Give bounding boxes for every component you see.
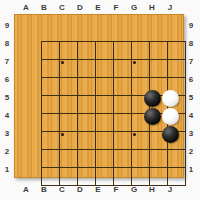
row-label-right-9: 9 xyxy=(189,22,193,30)
intersection-E3[interactable] xyxy=(89,125,107,143)
intersection-J5[interactable] xyxy=(161,89,179,107)
intersection-F2[interactable] xyxy=(107,143,125,161)
intersection-F1[interactable] xyxy=(107,161,125,179)
column-label-top-F: F xyxy=(114,4,119,12)
intersection-E8[interactable] xyxy=(89,35,107,53)
intersection-J7[interactable] xyxy=(161,53,179,71)
go-board-screen: ABCDEFGHJ ABCDEFGHJ 987654321 987654321 xyxy=(0,0,200,200)
column-label-bottom-C: C xyxy=(59,186,65,194)
row-label-left-2: 2 xyxy=(5,148,9,156)
column-label-bottom-B: B xyxy=(41,186,47,194)
intersection-J9[interactable] xyxy=(161,17,179,35)
intersection-E4[interactable] xyxy=(89,107,107,125)
row-label-right-3: 3 xyxy=(189,130,193,138)
intersection-A2[interactable] xyxy=(17,143,35,161)
row-label-right-7: 7 xyxy=(189,58,193,66)
intersection-G2[interactable] xyxy=(125,143,143,161)
row-label-left-1: 1 xyxy=(5,166,9,174)
intersection-H4[interactable] xyxy=(143,107,161,125)
row-label-left-8: 8 xyxy=(5,40,9,48)
intersection-J8[interactable] xyxy=(161,35,179,53)
intersection-B1[interactable] xyxy=(35,161,53,179)
intersection-B6[interactable] xyxy=(35,71,53,89)
row-label-right-4: 4 xyxy=(189,112,193,120)
intersection-grid xyxy=(17,17,179,179)
row-label-right-6: 6 xyxy=(189,76,193,84)
intersection-G6[interactable] xyxy=(125,71,143,89)
intersection-E6[interactable] xyxy=(89,71,107,89)
intersection-F4[interactable] xyxy=(107,107,125,125)
star-point-C7 xyxy=(61,61,64,64)
black-stone-H5 xyxy=(144,90,161,107)
intersection-F9[interactable] xyxy=(107,17,125,35)
column-label-bottom-A: A xyxy=(23,186,29,194)
intersection-A6[interactable] xyxy=(17,71,35,89)
intersection-D4[interactable] xyxy=(71,107,89,125)
intersection-G1[interactable] xyxy=(125,161,143,179)
intersection-B9[interactable] xyxy=(35,17,53,35)
intersection-A9[interactable] xyxy=(17,17,35,35)
intersection-B3[interactable] xyxy=(35,125,53,143)
intersection-C2[interactable] xyxy=(53,143,71,161)
white-stone-J5 xyxy=(162,90,179,107)
intersection-C8[interactable] xyxy=(53,35,71,53)
intersection-C1[interactable] xyxy=(53,161,71,179)
intersection-J2[interactable] xyxy=(161,143,179,161)
intersection-D5[interactable] xyxy=(71,89,89,107)
intersection-F8[interactable] xyxy=(107,35,125,53)
black-stone-J3 xyxy=(162,126,179,143)
intersection-D3[interactable] xyxy=(71,125,89,143)
intersection-J1[interactable] xyxy=(161,161,179,179)
intersection-H7[interactable] xyxy=(143,53,161,71)
intersection-A4[interactable] xyxy=(17,107,35,125)
intersection-A1[interactable] xyxy=(17,161,35,179)
intersection-F5[interactable] xyxy=(107,89,125,107)
star-point-C3 xyxy=(61,133,64,136)
column-label-top-J: J xyxy=(168,4,172,12)
intersection-D9[interactable] xyxy=(71,17,89,35)
intersection-A8[interactable] xyxy=(17,35,35,53)
intersection-H3[interactable] xyxy=(143,125,161,143)
intersection-D2[interactable] xyxy=(71,143,89,161)
intersection-H9[interactable] xyxy=(143,17,161,35)
intersection-C3[interactable] xyxy=(53,125,71,143)
intersection-B7[interactable] xyxy=(35,53,53,71)
intersection-C6[interactable] xyxy=(53,71,71,89)
intersection-F7[interactable] xyxy=(107,53,125,71)
row-label-right-8: 8 xyxy=(189,40,193,48)
column-label-top-C: C xyxy=(59,4,65,12)
white-stone-J4 xyxy=(162,108,179,125)
row-label-left-3: 3 xyxy=(5,130,9,138)
column-label-bottom-D: D xyxy=(77,186,83,194)
intersection-H2[interactable] xyxy=(143,143,161,161)
intersection-A7[interactable] xyxy=(17,53,35,71)
column-label-bottom-G: G xyxy=(131,186,137,194)
intersection-B8[interactable] xyxy=(35,35,53,53)
intersection-D7[interactable] xyxy=(71,53,89,71)
column-label-bottom-F: F xyxy=(114,186,119,194)
intersection-E1[interactable] xyxy=(89,161,107,179)
intersection-H6[interactable] xyxy=(143,71,161,89)
row-label-right-2: 2 xyxy=(189,148,193,156)
intersection-C4[interactable] xyxy=(53,107,71,125)
intersection-A5[interactable] xyxy=(17,89,35,107)
intersection-A3[interactable] xyxy=(17,125,35,143)
intersection-J3[interactable] xyxy=(161,125,179,143)
intersection-G4[interactable] xyxy=(125,107,143,125)
row-label-left-9: 9 xyxy=(5,22,9,30)
intersection-F3[interactable] xyxy=(107,125,125,143)
row-label-right-5: 5 xyxy=(189,94,193,102)
column-label-top-D: D xyxy=(77,4,83,12)
column-label-bottom-J: J xyxy=(168,186,172,194)
intersection-G7[interactable] xyxy=(125,53,143,71)
intersection-E2[interactable] xyxy=(89,143,107,161)
star-point-G7 xyxy=(133,61,136,64)
intersection-G5[interactable] xyxy=(125,89,143,107)
column-label-top-B: B xyxy=(41,4,47,12)
row-label-left-4: 4 xyxy=(5,112,9,120)
intersection-D6[interactable] xyxy=(71,71,89,89)
intersection-E9[interactable] xyxy=(89,17,107,35)
intersection-B4[interactable] xyxy=(35,107,53,125)
intersection-G8[interactable] xyxy=(125,35,143,53)
intersection-G3[interactable] xyxy=(125,125,143,143)
intersection-H5[interactable] xyxy=(143,89,161,107)
row-label-left-6: 6 xyxy=(5,76,9,84)
intersection-F6[interactable] xyxy=(107,71,125,89)
intersection-B2[interactable] xyxy=(35,143,53,161)
column-label-top-E: E xyxy=(95,4,100,12)
column-label-top-H: H xyxy=(149,4,155,12)
intersection-H1[interactable] xyxy=(143,161,161,179)
row-label-left-5: 5 xyxy=(5,94,9,102)
intersection-D1[interactable] xyxy=(71,161,89,179)
column-label-top-G: G xyxy=(131,4,137,12)
column-label-bottom-E: E xyxy=(95,186,100,194)
row-label-left-7: 7 xyxy=(5,58,9,66)
row-label-right-1: 1 xyxy=(189,166,193,174)
intersection-G9[interactable] xyxy=(125,17,143,35)
intersection-C5[interactable] xyxy=(53,89,71,107)
star-point-G3 xyxy=(133,133,136,136)
intersection-H8[interactable] xyxy=(143,35,161,53)
column-label-top-A: A xyxy=(23,4,29,12)
intersection-J6[interactable] xyxy=(161,71,179,89)
intersection-E7[interactable] xyxy=(89,53,107,71)
intersection-C7[interactable] xyxy=(53,53,71,71)
intersection-C9[interactable] xyxy=(53,17,71,35)
intersection-J4[interactable] xyxy=(161,107,179,125)
black-stone-H4 xyxy=(144,108,161,125)
intersection-E5[interactable] xyxy=(89,89,107,107)
column-label-bottom-H: H xyxy=(149,186,155,194)
intersection-D8[interactable] xyxy=(71,35,89,53)
intersection-B5[interactable] xyxy=(35,89,53,107)
